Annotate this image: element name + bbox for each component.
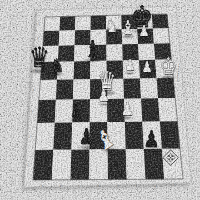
black-pawn-glyph: ♟ [136, 128, 166, 151]
piece-wP-f3[interactable]: ♟ [113, 100, 142, 118]
black-knight-glyph: ♞ [45, 56, 70, 75]
white-pawn-glyph: ♟ [134, 24, 154, 39]
piece-bB-d6[interactable]: ♝ [74, 38, 111, 61]
piece-bP-c3[interactable]: ♟ [62, 102, 91, 120]
piece-wB-e2[interactable]: ♝ [89, 125, 131, 151]
piece-bN-b5[interactable]: ♞ [42, 56, 72, 75]
pieces-layer: ♚♞♝♟♝♛♞♟♟♚♛♟♟♟♟♝♟ [0, 0, 200, 200]
black-bishop-glyph: ♝ [77, 38, 107, 61]
white-bishop-glyph: ♝ [86, 118, 126, 160]
black-pawn-glyph: ♟ [64, 102, 88, 120]
white-pawn-glyph: ♟ [115, 100, 139, 118]
chessboard-photo: abcdefgh87654321∙∙∙∙∙∙∙∙ ♚♞♝♟♝♛♞♟♟♚♛♟♟♟♟… [0, 0, 200, 200]
piece-wP-g7[interactable]: ♟ [132, 24, 156, 39]
piece-wK-h5[interactable]: ♚ [150, 55, 187, 78]
white-king-glyph: ♚ [153, 55, 183, 78]
piece-bP-g2[interactable]: ♟ [133, 128, 170, 151]
